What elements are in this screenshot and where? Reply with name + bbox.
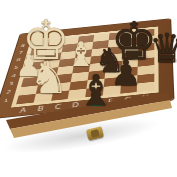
pieces-layer: ♟♚♞♝♞♟♚♛♝ xyxy=(0,0,177,177)
black-pawn: ♟ xyxy=(110,56,141,91)
white-knight: ♞ xyxy=(29,56,68,100)
black-queen: ♛ xyxy=(149,28,177,68)
black-bishop: ♝ xyxy=(77,70,115,112)
chess-set-photo: ABCDEFGH 12345678 ♟♚♞♝♞♟♚♛♝ xyxy=(0,0,177,177)
